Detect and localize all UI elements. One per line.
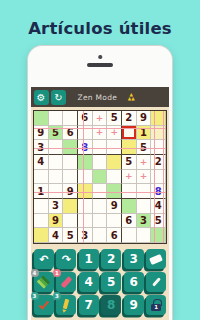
cell-r5c5[interactable] <box>93 170 108 185</box>
given-digit: 3 <box>81 230 88 241</box>
num-label: 2 <box>107 252 115 266</box>
cell-r8c5[interactable] <box>93 214 108 229</box>
cell-r3c5[interactable] <box>93 140 108 155</box>
mode-label: Zen Mode <box>78 93 118 102</box>
num-label: 3 <box>130 252 138 266</box>
given-digit: 6 <box>125 215 132 226</box>
cell-r8c4[interactable] <box>78 214 93 229</box>
marker-pink-button[interactable]: 1 <box>56 272 76 292</box>
given-digit: 9 <box>140 112 147 123</box>
gear-icon: ⚙ <box>37 92 46 103</box>
cell-r1c3[interactable] <box>63 111 78 126</box>
user-digit: 8 <box>81 142 88 153</box>
stopwatch-icon: ↻ <box>54 92 62 103</box>
num-label: 5 <box>107 275 115 289</box>
cell-r9c5[interactable] <box>93 228 108 243</box>
cell-r3c4[interactable]: 8 <box>78 140 93 155</box>
cell-r7c9[interactable]: 4 <box>151 199 166 214</box>
cell-r2c4[interactable] <box>78 126 93 141</box>
given-digit: 5 <box>111 112 118 123</box>
num-1-button[interactable]: 1 <box>79 249 99 269</box>
num-2-button[interactable]: 2 <box>101 249 121 269</box>
candidate-mark: + <box>140 171 148 181</box>
cell-r6c6[interactable] <box>107 184 122 199</box>
cell-r2c2[interactable]: 5 <box>49 126 64 141</box>
app-header: ⚙ ↻ Zen Mode ▲ ▲▲ <box>31 87 169 107</box>
given-digit: 1 <box>140 127 147 138</box>
eraser-button[interactable] <box>146 249 166 269</box>
undo-icon: ↶ <box>39 253 48 266</box>
cell-r7c3[interactable] <box>63 199 78 214</box>
cell-r1c9[interactable] <box>151 111 166 126</box>
app-screen: ⚙ ↻ Zen Mode ▲ ▲▲ 6+529956++138545+2++19… <box>31 87 169 320</box>
cell-r7c2[interactable]: 3 <box>49 199 64 214</box>
num-3-button[interactable]: 3 <box>124 249 144 269</box>
candidate-mark: + <box>96 127 104 137</box>
given-digit: 1 <box>37 186 44 197</box>
toolbar: ↶↷12341456337891 <box>34 249 166 315</box>
candidate-mark: + <box>140 157 148 167</box>
pencil-yellow-icon <box>63 299 69 310</box>
cell-r1c4[interactable]: 6 <box>78 111 93 126</box>
cell-r3c2[interactable] <box>49 140 64 155</box>
cell-r6c3[interactable]: 9 <box>63 184 78 199</box>
camera-icon <box>98 55 102 59</box>
cell-r4c7[interactable]: 5 <box>122 155 137 170</box>
difficulty-icon: ▲ ▲▲ <box>125 93 137 101</box>
cell-r8c2[interactable]: 9 <box>49 214 64 229</box>
cell-r6c1[interactable]: 1 <box>34 184 49 199</box>
cell-r7c7[interactable] <box>122 199 137 214</box>
given-digit: 3 <box>52 200 59 211</box>
candidate-mark: + <box>125 171 133 181</box>
cell-r5c2[interactable] <box>49 170 64 185</box>
pencil-yellow-button[interactable]: 3 <box>56 295 76 315</box>
cell-r6c2[interactable] <box>49 184 64 199</box>
cell-r7c5[interactable] <box>93 199 108 214</box>
sudoku-board-wrap: 6+529956++138545+2++19839496354536 <box>33 110 167 244</box>
marker-white-button[interactable] <box>146 272 166 292</box>
cell-r3c3[interactable] <box>63 140 78 155</box>
cell-r2c7[interactable] <box>122 126 137 141</box>
lock-button[interactable]: 1 <box>146 295 166 315</box>
cell-r6c9[interactable]: 8 <box>151 184 166 199</box>
cell-r8c3[interactable] <box>63 214 78 229</box>
cell-r5c8[interactable]: + <box>137 170 152 185</box>
lock-count: 1 <box>154 304 158 310</box>
cell-r7c8[interactable] <box>137 199 152 214</box>
cell-r9c9[interactable] <box>151 228 166 243</box>
cell-r3c1[interactable]: 3 <box>34 140 49 155</box>
toolbar-row: 41456 <box>34 272 166 292</box>
num-4-button[interactable]: 4 <box>79 272 99 292</box>
pencils-icon <box>37 275 50 288</box>
cell-r9c3[interactable]: 5 <box>63 228 78 243</box>
given-digit: 6 <box>67 127 74 138</box>
cell-r7c1[interactable] <box>34 199 49 214</box>
cell-r3c8[interactable]: 5 <box>137 140 152 155</box>
sudoku-board: 6+529956++138545+2++19839496354536 <box>34 111 166 243</box>
redo-icon: ↷ <box>62 253 71 266</box>
cell-r9c7[interactable] <box>122 228 137 243</box>
cell-r4c4[interactable] <box>78 155 93 170</box>
cell-r5c9[interactable] <box>151 170 166 185</box>
given-digit: 9 <box>111 200 118 211</box>
page-title: Artículos útiles <box>0 19 200 38</box>
cell-r4c3[interactable] <box>63 155 78 170</box>
cell-r3c6[interactable] <box>107 140 122 155</box>
cell-r9c6[interactable]: 6 <box>107 228 122 243</box>
cell-r2c9[interactable] <box>151 126 166 141</box>
cell-r2c3[interactable]: 6 <box>63 126 78 141</box>
cell-r1c8[interactable]: 9 <box>137 111 152 126</box>
marker-white-icon <box>152 277 161 287</box>
check-button[interactable]: 3 <box>34 295 54 315</box>
cell-r7c4[interactable] <box>78 199 93 214</box>
num-label: 4 <box>85 275 93 289</box>
pencils-button[interactable]: 4 <box>34 272 54 292</box>
candidate-mark: + <box>96 113 104 123</box>
cell-r5c4[interactable] <box>78 170 93 185</box>
given-digit: 5 <box>52 127 59 138</box>
cell-r7c6[interactable]: 9 <box>107 199 122 214</box>
cell-r4c8[interactable]: + <box>137 155 152 170</box>
num-5-button[interactable]: 5 <box>101 272 121 292</box>
given-digit: 3 <box>37 142 44 153</box>
num-label: 7 <box>85 298 93 312</box>
cell-r3c7[interactable] <box>122 140 137 155</box>
count-badge: 1 <box>53 269 61 277</box>
cell-r4c9[interactable]: 2 <box>151 155 166 170</box>
cell-r2c8[interactable]: 1 <box>137 126 152 141</box>
cell-r1c5[interactable]: + <box>93 111 108 126</box>
num-8-button[interactable]: 8 <box>101 295 121 315</box>
cell-r6c5[interactable] <box>93 184 108 199</box>
given-digit: 4 <box>37 156 44 167</box>
cell-r5c3[interactable] <box>63 170 78 185</box>
speaker-slit <box>87 63 113 67</box>
given-digit: 9 <box>37 127 44 138</box>
cell-r8c1[interactable] <box>34 214 49 229</box>
given-digit: 6 <box>81 112 88 123</box>
count-badge: 3 <box>53 292 61 300</box>
cell-r9c8[interactable] <box>137 228 152 243</box>
given-digit: 2 <box>155 156 162 167</box>
user-digit: 8 <box>155 186 162 197</box>
cell-r9c1[interactable] <box>34 228 49 243</box>
given-digit: 2 <box>125 112 132 123</box>
lock-icon: 1 <box>151 304 161 312</box>
given-digit: 3 <box>140 215 147 226</box>
cell-r4c1[interactable]: 4 <box>34 155 49 170</box>
num-label: 1 <box>85 252 93 266</box>
cell-r2c5[interactable]: + <box>93 126 108 141</box>
cell-r9c2[interactable]: 4 <box>49 228 64 243</box>
cell-r8c9[interactable]: 5 <box>151 214 166 229</box>
num-6-button[interactable]: 6 <box>124 272 144 292</box>
cell-r6c7[interactable] <box>122 184 137 199</box>
cell-r1c1[interactable] <box>34 111 49 126</box>
cell-r4c6[interactable] <box>107 155 122 170</box>
cell-r5c1[interactable] <box>34 170 49 185</box>
given-digit: 9 <box>67 186 74 197</box>
toolbar-row: 337891 <box>34 295 166 315</box>
num-label: 9 <box>130 298 138 312</box>
given-digit: 5 <box>140 142 147 153</box>
given-digit: 5 <box>125 156 132 167</box>
settings-button[interactable]: ⚙ <box>34 90 49 105</box>
eraser-icon <box>149 254 163 265</box>
count-badge: 3 <box>31 292 39 300</box>
cell-r1c6[interactable]: 5 <box>107 111 122 126</box>
timer-button[interactable]: ↻ <box>51 90 66 105</box>
cell-r8c8[interactable]: 3 <box>137 214 152 229</box>
undo-button[interactable]: ↶ <box>34 249 54 269</box>
cell-r1c2[interactable] <box>49 111 64 126</box>
check-icon <box>39 299 49 310</box>
toolbar-row: ↶↷123 <box>34 249 166 269</box>
cell-r8c7[interactable]: 6 <box>122 214 137 229</box>
given-digit: 9 <box>52 215 59 226</box>
cell-r1c7[interactable]: 2 <box>122 111 137 126</box>
num-label: 6 <box>130 275 138 289</box>
redo-button[interactable]: ↷ <box>56 249 76 269</box>
cell-r6c8[interactable] <box>137 184 152 199</box>
num-7-button[interactable]: 7 <box>79 295 99 315</box>
num-9-button[interactable]: 9 <box>124 295 144 315</box>
cell-r8c6[interactable] <box>107 214 122 229</box>
cell-r5c6[interactable] <box>107 170 122 185</box>
given-digit: 4 <box>52 230 59 241</box>
given-digit: 5 <box>155 215 162 226</box>
marker-pink-icon <box>61 276 72 288</box>
candidate-mark: + <box>110 127 118 137</box>
cell-r2c1[interactable]: 9 <box>34 126 49 141</box>
count-badge: 4 <box>31 269 39 277</box>
given-digit: 6 <box>111 230 118 241</box>
cell-r6c4[interactable] <box>78 184 93 199</box>
phone-mockup: ⚙ ↻ Zen Mode ▲ ▲▲ 6+529956++138545+2++19… <box>27 45 173 320</box>
num-label: 8 <box>107 298 115 312</box>
cell-r3c9[interactable] <box>151 140 166 155</box>
given-digit: 5 <box>67 230 74 241</box>
cell-r4c2[interactable] <box>49 155 64 170</box>
cell-r4c5[interactable] <box>93 155 108 170</box>
cell-r5c7[interactable]: + <box>122 170 137 185</box>
cell-r2c6[interactable]: + <box>107 126 122 141</box>
promo-page: Artículos útiles ⚙ ↻ Zen Mode ▲ ▲▲ 6+529… <box>0 0 200 320</box>
cell-r9c4[interactable]: 3 <box>78 228 93 243</box>
given-digit: 4 <box>155 200 162 211</box>
